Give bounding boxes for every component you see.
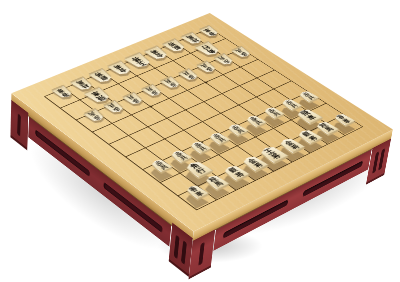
leg-slot	[174, 235, 180, 260]
shogi-piece[interactable]: 香車	[332, 112, 355, 125]
shogi-piece[interactable]: 香車	[184, 184, 209, 199]
shogi-piece[interactable]: 歩兵	[82, 109, 105, 122]
shogi-piece[interactable]: 桂馬	[180, 33, 203, 46]
stage: 香車桂馬銀将金将玉将金将銀将桂馬香車飛車角行歩兵歩兵歩兵歩兵歩兵歩兵歩兵歩兵歩兵…	[0, 0, 400, 282]
shogi-piece[interactable]: 歩兵	[226, 123, 249, 136]
shogi-piece[interactable]: 歩兵	[244, 114, 267, 127]
shogi-table: 香車桂馬銀将金将玉将金将銀将桂馬香車飛車角行歩兵歩兵歩兵歩兵歩兵歩兵歩兵歩兵歩兵…	[11, 13, 392, 231]
shogi-piece[interactable]: 歩兵	[169, 149, 193, 163]
shogi-piece[interactable]: 香車	[198, 26, 220, 38]
shogi-piece[interactable]: 飛車	[294, 107, 323, 124]
shogi-piece[interactable]: 桂馬	[314, 120, 339, 135]
shogi-set-photo: 香車桂馬銀将金将玉将金将銀将桂馬香車飛車角行歩兵歩兵歩兵歩兵歩兵歩兵歩兵歩兵歩兵…	[0, 0, 400, 282]
shogi-piece[interactable]: 銀将	[161, 39, 186, 53]
shogi-piece[interactable]: 歩兵	[230, 47, 251, 59]
shogi-piece[interactable]: 銀将	[295, 128, 322, 144]
shogi-piece[interactable]: 歩兵	[262, 106, 285, 119]
leg-slot	[181, 240, 187, 265]
leg-slot	[198, 242, 204, 266]
shogi-piece[interactable]: 歩兵	[213, 54, 235, 66]
shogi-piece[interactable]: 銀将	[221, 164, 249, 181]
shogi-piece[interactable]: 歩兵	[280, 98, 302, 111]
leg-slot	[17, 113, 21, 136]
shogi-piece[interactable]: 歩兵	[149, 158, 173, 172]
shogi-piece[interactable]: 歩兵	[297, 90, 319, 103]
shogi-piece[interactable]: 香車	[50, 86, 73, 99]
shogi-piece[interactable]: 歩兵	[188, 140, 211, 154]
shogi-piece[interactable]: 角行	[183, 160, 214, 178]
shogi-piece[interactable]: 桂馬	[69, 77, 94, 91]
shogi-piece[interactable]: 銀将	[88, 69, 114, 84]
